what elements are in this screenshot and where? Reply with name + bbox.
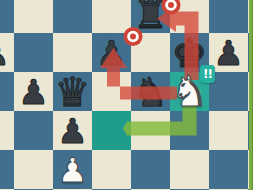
piece-black-pawn-b6[interactable]: ♟	[0, 33, 14, 72]
square-b2[interactable]	[0, 189, 14, 190]
square-e3[interactable]	[92, 150, 131, 189]
square-c3[interactable]	[14, 150, 53, 189]
square-c2[interactable]	[14, 189, 53, 190]
square-g2[interactable]	[170, 189, 209, 190]
square-e2[interactable]	[92, 189, 131, 190]
piece-white-pawn-d3[interactable]: ♟	[53, 150, 92, 189]
black-pawn-glyph: ♟	[18, 75, 48, 109]
piece-black-rook-f7[interactable]: ♜	[131, 0, 170, 33]
black-rook-glyph: ♜	[133, 0, 169, 34]
square-g7[interactable]	[170, 0, 209, 33]
black-knight-glyph: ♞	[133, 72, 169, 112]
square-g3[interactable]	[170, 150, 209, 189]
square-f3[interactable]	[131, 150, 170, 189]
piece-black-pawn-c5[interactable]: ♟	[14, 72, 53, 111]
square-f6[interactable]	[131, 33, 170, 72]
piece-black-pawn-h6[interactable]: ♟	[209, 33, 248, 72]
square-h4[interactable]	[209, 111, 248, 150]
square-c6[interactable]	[14, 33, 53, 72]
piece-black-queen-d5[interactable]: ♛	[53, 72, 92, 111]
board-right-edge-strip	[249, 0, 253, 190]
brilliant-move-badge: !!	[200, 65, 215, 83]
square-f2[interactable]	[131, 189, 170, 190]
square-b5[interactable]	[0, 72, 14, 111]
square-b3[interactable]	[0, 150, 14, 189]
black-queen-glyph: ♛	[55, 72, 91, 112]
square-e5[interactable]	[92, 72, 131, 111]
square-h7[interactable]	[209, 0, 248, 33]
square-c7[interactable]	[14, 0, 53, 33]
square-g4[interactable]	[170, 111, 209, 150]
square-h3[interactable]	[209, 150, 248, 189]
black-pawn-glyph: ♟	[57, 114, 87, 148]
square-e7[interactable]	[92, 0, 131, 33]
square-b7[interactable]	[0, 0, 14, 33]
highlighted-square-e4[interactable]	[92, 111, 131, 150]
square-f4[interactable]	[131, 111, 170, 150]
black-pawn-glyph: ♟	[0, 36, 10, 70]
white-pawn-glyph: ♟	[57, 153, 87, 187]
chess-board: !! ♜♟♟♚♟♟♛♞♞♟♟	[0, 0, 253, 190]
square-d7[interactable]	[53, 0, 92, 33]
black-pawn-glyph: ♟	[96, 36, 126, 70]
square-h2[interactable]	[209, 189, 248, 190]
square-c4[interactable]	[14, 111, 53, 150]
black-pawn-glyph: ♟	[213, 36, 243, 70]
piece-black-pawn-d4[interactable]: ♟	[53, 111, 92, 150]
square-d6[interactable]	[53, 33, 92, 72]
piece-black-knight-f5[interactable]: ♞	[131, 72, 170, 111]
piece-black-pawn-e6[interactable]: ♟	[92, 33, 131, 72]
square-b4[interactable]	[0, 111, 14, 150]
